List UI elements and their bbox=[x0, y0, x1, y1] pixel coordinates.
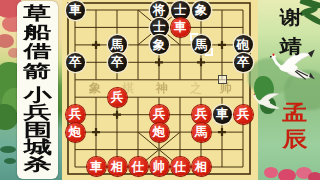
red-piece-相-f7r9: 相 bbox=[192, 157, 211, 176]
red-piece-相-f3r9: 相 bbox=[108, 157, 127, 176]
red-piece-仕-f6r9: 仕 bbox=[171, 157, 190, 176]
black-piece-車-f1r0: 車 bbox=[66, 1, 85, 20]
red-piece-車-f2r9: 車 bbox=[87, 157, 106, 176]
flower bbox=[278, 169, 296, 180]
title-banner: 草船借箭 小兵围城杀 bbox=[17, 1, 58, 179]
red-piece-兵-f9r6: 兵 bbox=[234, 105, 253, 124]
flower bbox=[308, 172, 320, 180]
red-piece-馬-f7r7: 馬 bbox=[192, 123, 211, 142]
flower bbox=[264, 167, 278, 178]
name-char: 靖 bbox=[270, 34, 313, 59]
name-char: 辰 bbox=[274, 125, 317, 153]
watermark-char: 神 bbox=[156, 80, 168, 97]
xiangqi-board: 象棋神之帅 車将士象士車馬象馬砲卒卒卒兵兵兵兵車兵炮炮馬車相仕帅仕相 bbox=[62, 0, 258, 180]
red-piece-兵-f1r6: 兵 bbox=[66, 105, 85, 124]
red-piece-兵-f3r5: 兵 bbox=[108, 88, 127, 107]
red-piece-炮-f1r7: 炮 bbox=[66, 123, 85, 142]
red-piece-兵-f5r6: 兵 bbox=[150, 105, 169, 124]
black-piece-象-f7r0: 象 bbox=[192, 1, 211, 20]
red-piece-帅-f5r9: 帅 bbox=[150, 157, 169, 176]
red-piece-兵-f7r6: 兵 bbox=[192, 105, 211, 124]
black-piece-象-f5r2: 象 bbox=[150, 35, 169, 54]
name-char: 孟 bbox=[274, 99, 317, 127]
right-scenery: 谢靖 孟辰 bbox=[258, 0, 320, 180]
watermark-char: 之 bbox=[190, 80, 202, 97]
black-piece-砲-f9r2: 砲 bbox=[234, 35, 253, 54]
black-piece-卒-f9r3: 卒 bbox=[234, 53, 253, 72]
red-piece-炮-f5r7: 炮 bbox=[150, 123, 169, 142]
black-piece-馬-f3r2: 馬 bbox=[108, 35, 127, 54]
name-char: 谢 bbox=[270, 5, 313, 30]
left-scenery: 草船借箭 小兵围城杀 bbox=[0, 0, 62, 180]
black-piece-馬-f7r2: 馬 bbox=[192, 35, 211, 54]
thumbnail: 草船借箭 小兵围城杀 bbox=[0, 0, 320, 180]
black-piece-卒-f1r3: 卒 bbox=[66, 53, 85, 72]
black-piece-卒-f3r3: 卒 bbox=[108, 53, 127, 72]
red-piece-仕-f4r9: 仕 bbox=[129, 157, 148, 176]
black-piece-士-f6r0: 士 bbox=[171, 1, 190, 20]
watermark-char: 象 bbox=[89, 80, 101, 97]
red-piece-車-f6r1: 車 bbox=[171, 18, 190, 37]
last-move-origin-marker bbox=[218, 75, 227, 84]
black-piece-士-f5r1: 士 bbox=[150, 18, 169, 37]
black-piece-車-f8r6: 車 bbox=[213, 105, 232, 124]
black-piece-将-f5r0: 将 bbox=[150, 1, 169, 20]
